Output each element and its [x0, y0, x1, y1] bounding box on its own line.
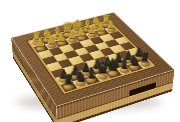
black-rook-piece: ♜ [56, 73, 82, 86]
product-photo: ♜♞♝♛♚♝♞♜♟♟♟♟♟♟♟♟♟♟♟♟♟♟♟♟♜♞♝♛♚♝♞♜ [0, 0, 180, 122]
white-pawn-piece: ♟ [29, 38, 52, 49]
scene: ♜♞♝♛♚♝♞♜♟♟♟♟♟♟♟♟♟♟♟♟♟♟♟♟♜♞♝♛♚♝♞♜ [0, 0, 180, 122]
board-square-3-3 [74, 47, 89, 56]
chess-box: ♜♞♝♛♚♝♞♜♟♟♟♟♟♟♟♟♟♟♟♟♟♟♟♟♜♞♝♛♚♝♞♜ [11, 12, 174, 106]
board-square-7-0: ♜ [60, 81, 77, 92]
drawer-slot [129, 82, 156, 96]
